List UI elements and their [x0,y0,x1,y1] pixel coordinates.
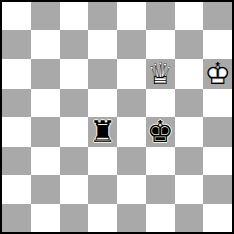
square-f4[interactable]: ♚ [146,117,175,147]
square-h5[interactable] [203,89,232,117]
square-a3[interactable] [2,147,31,175]
square-d7[interactable] [88,30,117,58]
square-d3[interactable] [88,147,117,175]
square-d1[interactable] [88,204,117,232]
piece-white-queen-f6[interactable]: ♛♕ [146,59,175,89]
square-e5[interactable] [117,89,146,117]
square-h6[interactable]: ♚♔ [203,59,232,89]
square-b2[interactable] [31,175,60,203]
square-h1[interactable] [203,204,232,232]
square-c2[interactable] [60,175,89,203]
square-h7[interactable] [203,30,232,58]
square-b1[interactable] [31,204,60,232]
black-rook-glyph: ♜ [89,117,116,147]
square-b3[interactable] [31,147,60,175]
square-b5[interactable] [31,89,60,117]
square-g2[interactable] [175,175,204,203]
square-b8[interactable] [31,2,60,30]
square-f5[interactable] [146,89,175,117]
square-e6[interactable] [117,59,146,89]
square-e1[interactable] [117,204,146,232]
square-g5[interactable] [175,89,204,117]
black-king-glyph: ♚ [147,117,174,147]
square-a2[interactable] [2,175,31,203]
square-a8[interactable] [2,2,31,30]
square-a1[interactable] [2,204,31,232]
square-d2[interactable] [88,175,117,203]
square-e3[interactable] [117,147,146,175]
square-f3[interactable] [146,147,175,175]
piece-black-king-f4[interactable]: ♚ [146,117,175,147]
square-b7[interactable] [31,30,60,58]
square-d4[interactable]: ♜ [88,117,117,147]
square-e7[interactable] [117,30,146,58]
square-e2[interactable] [117,175,146,203]
square-f8[interactable] [146,2,175,30]
square-a4[interactable] [2,117,31,147]
square-a7[interactable] [2,30,31,58]
white-queen-outline-glyph: ♕ [146,59,175,89]
square-g8[interactable] [175,2,204,30]
square-d8[interactable] [88,2,117,30]
square-b6[interactable] [31,59,60,89]
square-c8[interactable] [60,2,89,30]
square-h3[interactable] [203,147,232,175]
square-c6[interactable] [60,59,89,89]
square-g1[interactable] [175,204,204,232]
square-b4[interactable] [31,117,60,147]
square-h2[interactable] [203,175,232,203]
square-f1[interactable] [146,204,175,232]
square-a6[interactable] [2,59,31,89]
chess-diagram: ♛♕♚♔♜♚ [0,0,234,234]
piece-white-king-h6[interactable]: ♚♔ [203,59,232,89]
square-f2[interactable] [146,175,175,203]
square-c1[interactable] [60,204,89,232]
square-c7[interactable] [60,30,89,58]
square-e4[interactable] [117,117,146,147]
piece-black-rook-d4[interactable]: ♜ [88,117,117,147]
square-a5[interactable] [2,89,31,117]
square-c4[interactable] [60,117,89,147]
square-f7[interactable] [146,30,175,58]
square-g7[interactable] [175,30,204,58]
square-e8[interactable] [117,2,146,30]
square-d6[interactable] [88,59,117,89]
square-g6[interactable] [175,59,204,89]
square-d5[interactable] [88,89,117,117]
square-h8[interactable] [203,2,232,30]
white-king-outline-glyph: ♔ [203,59,232,89]
square-f6[interactable]: ♛♕ [146,59,175,89]
square-h4[interactable] [203,117,232,147]
square-c3[interactable] [60,147,89,175]
chess-board: ♛♕♚♔♜♚ [0,0,234,234]
square-g4[interactable] [175,117,204,147]
square-g3[interactable] [175,147,204,175]
square-c5[interactable] [60,89,89,117]
